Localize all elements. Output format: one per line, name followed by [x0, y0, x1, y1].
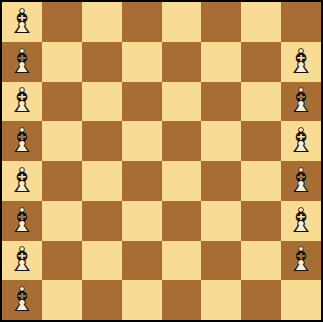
white-bishop[interactable]: ♝♗ [2, 161, 42, 201]
square-h6[interactable]: ♝♗ [281, 82, 321, 122]
square-h2[interactable]: ♝♗ [281, 241, 321, 281]
square-e3[interactable] [162, 201, 202, 241]
white-bishop[interactable]: ♝♗ [281, 201, 321, 241]
white-bishop[interactable]: ♝♗ [2, 2, 42, 42]
square-c3[interactable] [82, 201, 122, 241]
square-c5[interactable] [82, 121, 122, 161]
square-h4[interactable]: ♝♗ [281, 161, 321, 201]
white-bishop[interactable]: ♝♗ [2, 42, 42, 82]
square-d5[interactable] [122, 121, 162, 161]
square-g6[interactable] [241, 82, 281, 122]
white-bishop[interactable]: ♝♗ [281, 82, 321, 122]
square-g4[interactable] [241, 161, 281, 201]
square-b8[interactable] [42, 2, 82, 42]
square-e4[interactable] [162, 161, 202, 201]
square-b6[interactable] [42, 82, 82, 122]
square-d4[interactable] [122, 161, 162, 201]
square-g7[interactable] [241, 42, 281, 82]
white-bishop-outline-glyph: ♗ [7, 242, 37, 276]
square-f3[interactable] [201, 201, 241, 241]
square-e7[interactable] [162, 42, 202, 82]
square-h1[interactable] [281, 280, 321, 320]
white-bishop-outline-glyph: ♗ [7, 282, 37, 316]
white-bishop[interactable]: ♝♗ [281, 161, 321, 201]
square-c2[interactable] [82, 241, 122, 281]
square-c6[interactable] [82, 82, 122, 122]
square-e5[interactable] [162, 121, 202, 161]
square-h8[interactable] [281, 2, 321, 42]
square-d1[interactable] [122, 280, 162, 320]
square-g5[interactable] [241, 121, 281, 161]
square-c7[interactable] [82, 42, 122, 82]
square-d7[interactable] [122, 42, 162, 82]
square-e8[interactable] [162, 2, 202, 42]
white-bishop-outline-glyph: ♗ [7, 83, 37, 117]
square-g8[interactable] [241, 2, 281, 42]
square-d6[interactable] [122, 82, 162, 122]
square-g2[interactable] [241, 241, 281, 281]
white-bishop-outline-glyph: ♗ [286, 43, 316, 77]
square-c1[interactable] [82, 280, 122, 320]
square-c8[interactable] [82, 2, 122, 42]
square-f5[interactable] [201, 121, 241, 161]
square-h7[interactable]: ♝♗ [281, 42, 321, 82]
square-b5[interactable] [42, 121, 82, 161]
square-e1[interactable] [162, 280, 202, 320]
square-d3[interactable] [122, 201, 162, 241]
chess-board: ♝♗♝♗♝♗♝♗♝♗♝♗♝♗♝♗♝♗♝♗♝♗♝♗♝♗♝♗ [0, 0, 323, 322]
white-bishop[interactable]: ♝♗ [281, 241, 321, 281]
white-bishop[interactable]: ♝♗ [281, 42, 321, 82]
square-a3[interactable]: ♝♗ [2, 201, 42, 241]
square-b3[interactable] [42, 201, 82, 241]
square-g1[interactable] [241, 280, 281, 320]
square-a8[interactable]: ♝♗ [2, 2, 42, 42]
white-bishop-outline-glyph: ♗ [286, 242, 316, 276]
square-a2[interactable]: ♝♗ [2, 241, 42, 281]
white-bishop[interactable]: ♝♗ [2, 82, 42, 122]
white-bishop-outline-glyph: ♗ [7, 4, 37, 38]
white-bishop-outline-glyph: ♗ [7, 43, 37, 77]
square-f8[interactable] [201, 2, 241, 42]
square-f7[interactable] [201, 42, 241, 82]
square-e6[interactable] [162, 82, 202, 122]
white-bishop-outline-glyph: ♗ [286, 202, 316, 236]
square-c4[interactable] [82, 161, 122, 201]
square-a5[interactable]: ♝♗ [2, 121, 42, 161]
white-bishop-outline-glyph: ♗ [286, 163, 316, 197]
square-f2[interactable] [201, 241, 241, 281]
square-b4[interactable] [42, 161, 82, 201]
white-bishop-outline-glyph: ♗ [7, 163, 37, 197]
square-b1[interactable] [42, 280, 82, 320]
white-bishop[interactable]: ♝♗ [2, 280, 42, 320]
white-bishop[interactable]: ♝♗ [2, 121, 42, 161]
white-bishop-outline-glyph: ♗ [286, 83, 316, 117]
square-f1[interactable] [201, 280, 241, 320]
white-bishop[interactable]: ♝♗ [2, 241, 42, 281]
chess-board-wrap: ♝♗♝♗♝♗♝♗♝♗♝♗♝♗♝♗♝♗♝♗♝♗♝♗♝♗♝♗ [0, 0, 323, 322]
square-d8[interactable] [122, 2, 162, 42]
square-g3[interactable] [241, 201, 281, 241]
square-a7[interactable]: ♝♗ [2, 42, 42, 82]
square-a1[interactable]: ♝♗ [2, 280, 42, 320]
white-bishop[interactable]: ♝♗ [281, 121, 321, 161]
white-bishop[interactable]: ♝♗ [2, 201, 42, 241]
square-a6[interactable]: ♝♗ [2, 82, 42, 122]
square-h3[interactable]: ♝♗ [281, 201, 321, 241]
white-bishop-outline-glyph: ♗ [7, 123, 37, 157]
white-bishop-outline-glyph: ♗ [286, 123, 316, 157]
square-f4[interactable] [201, 161, 241, 201]
square-f6[interactable] [201, 82, 241, 122]
square-d2[interactable] [122, 241, 162, 281]
square-h5[interactable]: ♝♗ [281, 121, 321, 161]
square-b2[interactable] [42, 241, 82, 281]
square-e2[interactable] [162, 241, 202, 281]
square-b7[interactable] [42, 42, 82, 82]
white-bishop-outline-glyph: ♗ [7, 202, 37, 236]
square-a4[interactable]: ♝♗ [2, 161, 42, 201]
